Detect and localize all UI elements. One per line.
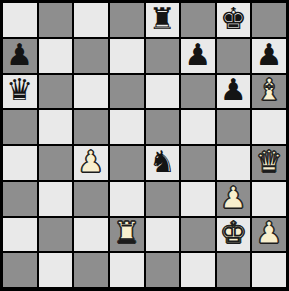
square-b1[interactable] — [39, 253, 73, 287]
square-d3[interactable] — [110, 182, 144, 216]
piece-white-pawn[interactable]: ♟ — [78, 147, 105, 177]
piece-black-rook[interactable]: ♜ — [149, 4, 176, 34]
square-g7[interactable] — [217, 39, 251, 73]
square-d1[interactable] — [110, 253, 144, 287]
square-e5[interactable] — [146, 110, 180, 144]
piece-white-pawn[interactable]: ♟ — [256, 218, 283, 248]
piece-black-pawn[interactable]: ♟ — [256, 40, 283, 70]
square-h1[interactable] — [252, 253, 286, 287]
square-f2[interactable] — [181, 218, 215, 252]
square-g6[interactable]: ♟ — [217, 75, 251, 109]
square-d6[interactable] — [110, 75, 144, 109]
square-g4[interactable] — [217, 146, 251, 180]
square-b6[interactable] — [39, 75, 73, 109]
piece-black-king[interactable]: ♚ — [220, 4, 247, 34]
piece-white-rook[interactable]: ♜ — [113, 218, 140, 248]
square-c4[interactable]: ♟ — [74, 146, 108, 180]
square-f3[interactable] — [181, 182, 215, 216]
square-d4[interactable] — [110, 146, 144, 180]
square-b4[interactable] — [39, 146, 73, 180]
square-c2[interactable] — [74, 218, 108, 252]
square-g1[interactable] — [217, 253, 251, 287]
square-d7[interactable] — [110, 39, 144, 73]
square-f8[interactable] — [181, 3, 215, 37]
square-e2[interactable] — [146, 218, 180, 252]
square-a4[interactable] — [3, 146, 37, 180]
square-a1[interactable] — [3, 253, 37, 287]
piece-black-pawn[interactable]: ♟ — [6, 40, 33, 70]
square-b3[interactable] — [39, 182, 73, 216]
square-b7[interactable] — [39, 39, 73, 73]
square-f5[interactable] — [181, 110, 215, 144]
square-a2[interactable] — [3, 218, 37, 252]
square-d2[interactable]: ♜ — [110, 218, 144, 252]
square-h5[interactable] — [252, 110, 286, 144]
square-e6[interactable] — [146, 75, 180, 109]
square-g5[interactable] — [217, 110, 251, 144]
piece-black-queen[interactable]: ♛ — [6, 75, 33, 105]
square-e1[interactable] — [146, 253, 180, 287]
square-h4[interactable]: ♛ — [252, 146, 286, 180]
square-h6[interactable]: ♝ — [252, 75, 286, 109]
square-h2[interactable]: ♟ — [252, 218, 286, 252]
square-h8[interactable] — [252, 3, 286, 37]
square-c5[interactable] — [74, 110, 108, 144]
square-a6[interactable]: ♛ — [3, 75, 37, 109]
square-f1[interactable] — [181, 253, 215, 287]
piece-black-pawn[interactable]: ♟ — [220, 75, 247, 105]
piece-white-bishop[interactable]: ♝ — [256, 75, 283, 105]
square-f6[interactable] — [181, 75, 215, 109]
chess-board-frame: ♜♚♟♟♟♛♟♝♟♞♛♟♜♚♟ — [0, 0, 289, 291]
square-a5[interactable] — [3, 110, 37, 144]
square-a7[interactable]: ♟ — [3, 39, 37, 73]
square-h3[interactable] — [252, 182, 286, 216]
square-c3[interactable] — [74, 182, 108, 216]
square-e3[interactable] — [146, 182, 180, 216]
square-c7[interactable] — [74, 39, 108, 73]
square-b2[interactable] — [39, 218, 73, 252]
square-h7[interactable]: ♟ — [252, 39, 286, 73]
square-a3[interactable] — [3, 182, 37, 216]
square-e8[interactable]: ♜ — [146, 3, 180, 37]
square-d8[interactable] — [110, 3, 144, 37]
square-d5[interactable] — [110, 110, 144, 144]
square-c8[interactable] — [74, 3, 108, 37]
square-c1[interactable] — [74, 253, 108, 287]
square-g3[interactable]: ♟ — [217, 182, 251, 216]
square-b8[interactable] — [39, 3, 73, 37]
piece-white-pawn[interactable]: ♟ — [220, 183, 247, 213]
square-g8[interactable]: ♚ — [217, 3, 251, 37]
piece-white-queen[interactable]: ♛ — [256, 147, 283, 177]
chess-board: ♜♚♟♟♟♛♟♝♟♞♛♟♜♚♟ — [3, 3, 286, 287]
square-e7[interactable] — [146, 39, 180, 73]
piece-black-pawn[interactable]: ♟ — [184, 40, 211, 70]
piece-white-king[interactable]: ♚ — [220, 218, 247, 248]
piece-black-knight[interactable]: ♞ — [149, 147, 176, 177]
square-c6[interactable] — [74, 75, 108, 109]
square-f7[interactable]: ♟ — [181, 39, 215, 73]
square-b5[interactable] — [39, 110, 73, 144]
square-g2[interactable]: ♚ — [217, 218, 251, 252]
square-a8[interactable] — [3, 3, 37, 37]
square-f4[interactable] — [181, 146, 215, 180]
square-e4[interactable]: ♞ — [146, 146, 180, 180]
